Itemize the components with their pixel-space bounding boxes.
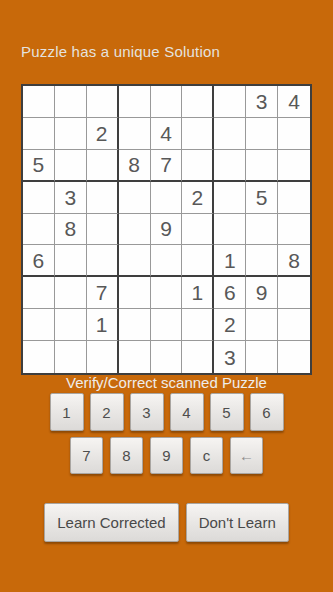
sudoku-cell[interactable]: [278, 214, 310, 246]
sudoku-cell[interactable]: [182, 245, 214, 277]
sudoku-cell[interactable]: 5: [246, 182, 278, 214]
sudoku-cell[interactable]: [23, 309, 55, 341]
sudoku-cell[interactable]: [151, 341, 183, 373]
sudoku-cell[interactable]: [151, 309, 183, 341]
sudoku-cell[interactable]: [23, 277, 55, 309]
sudoku-cell[interactable]: [23, 341, 55, 373]
sudoku-cell[interactable]: [119, 118, 151, 150]
sudoku-cell[interactable]: [55, 341, 87, 373]
sudoku-cell[interactable]: [246, 118, 278, 150]
sudoku-cell[interactable]: 2: [87, 118, 119, 150]
sudoku-cell[interactable]: [246, 341, 278, 373]
status-message: Puzzle has a unique Solution: [21, 44, 220, 60]
sudoku-cell[interactable]: [55, 245, 87, 277]
key-9[interactable]: 9: [150, 437, 183, 474]
sudoku-cell[interactable]: [23, 86, 55, 118]
key-4[interactable]: 4: [170, 393, 204, 431]
sudoku-cell[interactable]: [151, 86, 183, 118]
sudoku-cell[interactable]: [119, 182, 151, 214]
key-8[interactable]: 8: [110, 437, 143, 474]
sudoku-cell[interactable]: 1: [87, 309, 119, 341]
sudoku-cell[interactable]: 6: [23, 245, 55, 277]
dont-learn-button[interactable]: Don't Learn: [186, 503, 289, 542]
sudoku-cell[interactable]: [182, 341, 214, 373]
sudoku-cell[interactable]: [214, 150, 246, 182]
sudoku-cell[interactable]: 2: [214, 309, 246, 341]
sudoku-cell[interactable]: [87, 86, 119, 118]
sudoku-cell[interactable]: [55, 150, 87, 182]
sudoku-cell[interactable]: [278, 309, 310, 341]
action-row: Learn Corrected Don't Learn: [0, 503, 333, 542]
sudoku-cell[interactable]: [55, 118, 87, 150]
sudoku-cell[interactable]: [182, 214, 214, 246]
app-screen: Puzzle has a unique Solution 34245873258…: [0, 0, 333, 592]
sudoku-cell[interactable]: [246, 309, 278, 341]
sudoku-cell[interactable]: [119, 341, 151, 373]
sudoku-cell[interactable]: [278, 150, 310, 182]
sudoku-cell[interactable]: [278, 341, 310, 373]
key-3[interactable]: 3: [130, 393, 164, 431]
sudoku-cell[interactable]: [278, 277, 310, 309]
sudoku-cell[interactable]: [87, 150, 119, 182]
sudoku-cell[interactable]: 1: [182, 277, 214, 309]
sudoku-cell[interactable]: [55, 86, 87, 118]
sudoku-cell[interactable]: [182, 309, 214, 341]
key-7[interactable]: 7: [70, 437, 103, 474]
sudoku-cell[interactable]: [182, 150, 214, 182]
sudoku-cell[interactable]: 8: [278, 245, 310, 277]
sudoku-cell[interactable]: 7: [87, 277, 119, 309]
sudoku-cell[interactable]: [119, 214, 151, 246]
sudoku-cell[interactable]: [119, 277, 151, 309]
sudoku-cell[interactable]: [23, 118, 55, 150]
sudoku-board: 3424587325896187169123: [21, 84, 312, 375]
sudoku-cell[interactable]: [182, 86, 214, 118]
keypad-row-2: 789c←: [0, 437, 333, 474]
sudoku-cell[interactable]: 4: [151, 118, 183, 150]
sudoku-cell[interactable]: [214, 214, 246, 246]
key-clear[interactable]: c: [190, 437, 223, 474]
sudoku-cell[interactable]: 9: [151, 214, 183, 246]
sudoku-cell[interactable]: [55, 277, 87, 309]
sudoku-cell[interactable]: 5: [23, 150, 55, 182]
sudoku-cell[interactable]: [246, 214, 278, 246]
sudoku-cell[interactable]: [246, 245, 278, 277]
sudoku-cell[interactable]: 4: [278, 86, 310, 118]
sudoku-cell[interactable]: [214, 86, 246, 118]
sudoku-cell[interactable]: 6: [214, 277, 246, 309]
sudoku-cell[interactable]: [278, 118, 310, 150]
sudoku-cell[interactable]: [87, 182, 119, 214]
sudoku-cell[interactable]: 7: [151, 150, 183, 182]
key-2[interactable]: 2: [90, 393, 124, 431]
sudoku-cell[interactable]: 1: [214, 245, 246, 277]
keypad-row-1: 123456: [0, 393, 333, 431]
sudoku-cell[interactable]: [214, 118, 246, 150]
sudoku-cell[interactable]: [246, 150, 278, 182]
sudoku-cell[interactable]: [87, 214, 119, 246]
sudoku-cell[interactable]: [151, 182, 183, 214]
key-1[interactable]: 1: [50, 393, 84, 431]
key-5[interactable]: 5: [210, 393, 244, 431]
sudoku-cell[interactable]: [151, 245, 183, 277]
sudoku-cell[interactable]: 9: [246, 277, 278, 309]
sudoku-cell[interactable]: [119, 245, 151, 277]
sudoku-cell[interactable]: [151, 277, 183, 309]
verify-prompt: Verify/Correct scanned Puzzle: [0, 374, 333, 391]
sudoku-cell[interactable]: [119, 86, 151, 118]
sudoku-cell[interactable]: [182, 118, 214, 150]
sudoku-cell[interactable]: [119, 309, 151, 341]
sudoku-cell[interactable]: 2: [182, 182, 214, 214]
sudoku-cell[interactable]: [87, 245, 119, 277]
sudoku-cell[interactable]: [55, 309, 87, 341]
sudoku-cell[interactable]: [87, 341, 119, 373]
key-backspace[interactable]: ←: [230, 437, 263, 474]
sudoku-cell[interactable]: 3: [246, 86, 278, 118]
sudoku-cell[interactable]: 8: [55, 214, 87, 246]
sudoku-cell[interactable]: [214, 182, 246, 214]
sudoku-cell[interactable]: 8: [119, 150, 151, 182]
sudoku-cell[interactable]: [23, 214, 55, 246]
sudoku-cell[interactable]: [23, 182, 55, 214]
learn-corrected-button[interactable]: Learn Corrected: [44, 503, 178, 542]
sudoku-cell[interactable]: [278, 182, 310, 214]
key-6[interactable]: 6: [250, 393, 284, 431]
sudoku-cell[interactable]: 3: [55, 182, 87, 214]
sudoku-cell[interactable]: 3: [214, 341, 246, 373]
